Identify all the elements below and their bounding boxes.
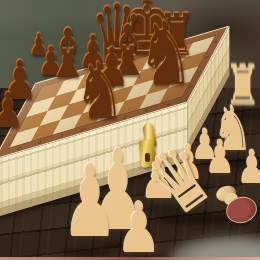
rank-label-2: 2 (195, 69, 203, 74)
piece-shadow (140, 205, 180, 212)
brass-clasp (134, 123, 164, 175)
chess-set-photo: abcdefgh 4321 ♟♜♚♟♛♟♝♝♟♞♟♞♟♜♞♟♟♟♟♟♛♟♟♟ (0, 0, 260, 260)
piece-shadow (100, 242, 144, 250)
upside-down-pawn (214, 184, 258, 226)
piece-shadow (198, 157, 260, 167)
rank-label-1: 1 (187, 85, 195, 90)
piece-shadow (63, 248, 113, 257)
rank-label-3: 3 (203, 54, 211, 59)
piece-shadow (228, 111, 260, 119)
clasp-slot (145, 153, 150, 162)
rank-label-4: 4 (211, 39, 219, 44)
piece-shadow (170, 184, 210, 191)
